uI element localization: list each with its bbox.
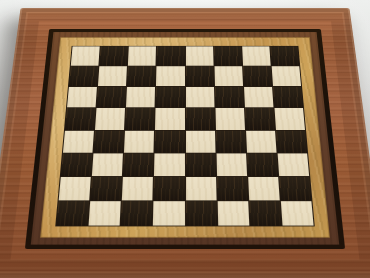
- square-c5[interactable]: [125, 108, 155, 129]
- square-e7[interactable]: [185, 66, 213, 86]
- square-c1[interactable]: [121, 201, 153, 225]
- square-b3[interactable]: [92, 153, 123, 176]
- square-a4[interactable]: [63, 130, 94, 152]
- square-g6[interactable]: [244, 87, 274, 108]
- square-h2[interactable]: [279, 177, 311, 201]
- square-h3[interactable]: [277, 153, 309, 176]
- square-f5[interactable]: [215, 108, 245, 129]
- square-d2[interactable]: [154, 177, 185, 201]
- square-e6[interactable]: [185, 87, 214, 108]
- square-h6[interactable]: [273, 87, 303, 108]
- square-f6[interactable]: [215, 87, 244, 108]
- square-g7[interactable]: [243, 66, 272, 86]
- square-f7[interactable]: [214, 66, 243, 86]
- square-c4[interactable]: [124, 130, 154, 152]
- square-a6[interactable]: [67, 87, 97, 108]
- square-c2[interactable]: [122, 177, 153, 201]
- square-d7[interactable]: [156, 66, 184, 86]
- square-f8[interactable]: [214, 46, 242, 65]
- chessboard-assembly: [0, 8, 370, 278]
- square-a1[interactable]: [56, 201, 89, 225]
- photo-background: [0, 0, 370, 278]
- square-e2[interactable]: [186, 177, 217, 201]
- square-b7[interactable]: [98, 66, 127, 86]
- square-a7[interactable]: [69, 66, 99, 86]
- square-f3[interactable]: [216, 153, 247, 176]
- square-e3[interactable]: [186, 153, 216, 176]
- square-c6[interactable]: [126, 87, 155, 108]
- square-f4[interactable]: [216, 130, 246, 152]
- square-h5[interactable]: [274, 108, 305, 129]
- square-c8[interactable]: [128, 46, 156, 65]
- square-b5[interactable]: [95, 108, 125, 129]
- square-h7[interactable]: [272, 66, 302, 86]
- square-f1[interactable]: [217, 201, 249, 225]
- square-h8[interactable]: [270, 46, 299, 65]
- chessboard: [56, 46, 313, 225]
- square-d8[interactable]: [157, 46, 185, 65]
- square-b1[interactable]: [89, 201, 121, 225]
- square-g2[interactable]: [248, 177, 280, 201]
- square-d5[interactable]: [155, 108, 184, 129]
- square-f2[interactable]: [217, 177, 248, 201]
- square-a5[interactable]: [65, 108, 96, 129]
- square-h4[interactable]: [276, 130, 307, 152]
- square-b2[interactable]: [90, 177, 122, 201]
- square-g3[interactable]: [247, 153, 278, 176]
- square-g5[interactable]: [245, 108, 275, 129]
- square-e5[interactable]: [185, 108, 214, 129]
- square-h1[interactable]: [281, 201, 314, 225]
- square-a2[interactable]: [59, 177, 91, 201]
- square-b4[interactable]: [94, 130, 125, 152]
- square-g8[interactable]: [242, 46, 271, 65]
- square-e1[interactable]: [186, 201, 217, 225]
- square-g1[interactable]: [249, 201, 281, 225]
- square-c3[interactable]: [123, 153, 154, 176]
- square-b6[interactable]: [97, 87, 127, 108]
- square-d4[interactable]: [155, 130, 185, 152]
- square-e4[interactable]: [186, 130, 216, 152]
- square-d6[interactable]: [156, 87, 185, 108]
- square-d3[interactable]: [154, 153, 184, 176]
- square-a8[interactable]: [71, 46, 100, 65]
- square-d1[interactable]: [153, 201, 184, 225]
- square-b8[interactable]: [99, 46, 128, 65]
- square-a3[interactable]: [61, 153, 93, 176]
- square-c7[interactable]: [127, 66, 156, 86]
- square-e8[interactable]: [185, 46, 213, 65]
- square-g4[interactable]: [246, 130, 277, 152]
